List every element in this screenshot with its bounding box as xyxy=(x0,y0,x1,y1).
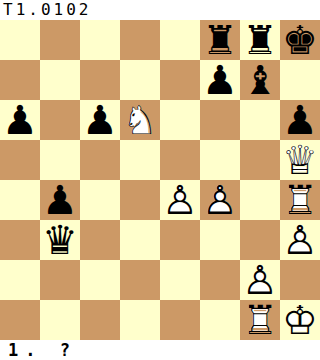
square-h7[interactable] xyxy=(280,60,320,100)
black-pawn[interactable]: ♟ xyxy=(0,100,40,140)
square-d6[interactable]: ♞♘ xyxy=(120,100,160,140)
black-bishop[interactable]: ♝ xyxy=(240,60,280,100)
square-h8[interactable]: ♚ xyxy=(280,20,320,60)
square-a4[interactable] xyxy=(0,180,40,220)
black-rook[interactable]: ♜ xyxy=(240,20,280,60)
white-queen[interactable]: ♕ xyxy=(280,140,320,180)
square-g8[interactable]: ♜ xyxy=(240,20,280,60)
square-c1[interactable] xyxy=(80,300,120,340)
black-pawn[interactable]: ♟ xyxy=(80,100,120,140)
square-a8[interactable] xyxy=(0,20,40,60)
square-g4[interactable] xyxy=(240,180,280,220)
square-f3[interactable] xyxy=(200,220,240,260)
black-pawn[interactable]: ♟ xyxy=(200,60,240,100)
black-queen[interactable]: ♛ xyxy=(40,220,80,260)
square-h6[interactable]: ♟ xyxy=(280,100,320,140)
square-b8[interactable] xyxy=(40,20,80,60)
square-g3[interactable] xyxy=(240,220,280,260)
puzzle-window: T1.0102 ♜♜♚♟♝♟♟♞♘♟♛♕♟♟♙♟♙♜♖♛♟♙♟♙♜♖♚♔ 1. … xyxy=(0,0,320,360)
square-b4[interactable]: ♟ xyxy=(40,180,80,220)
white-pawn-fill: ♟ xyxy=(280,220,320,260)
square-h2[interactable] xyxy=(280,260,320,300)
square-f7[interactable]: ♟ xyxy=(200,60,240,100)
square-f2[interactable] xyxy=(200,260,240,300)
white-pawn[interactable]: ♙ xyxy=(200,180,240,220)
white-pawn[interactable]: ♙ xyxy=(160,180,200,220)
white-king[interactable]: ♔ xyxy=(280,300,320,340)
black-pawn[interactable]: ♟ xyxy=(40,180,80,220)
move-prompt: 1. ? xyxy=(0,340,320,360)
white-pawn-fill: ♟ xyxy=(160,180,200,220)
square-e3[interactable] xyxy=(160,220,200,260)
square-d1[interactable] xyxy=(120,300,160,340)
square-h1[interactable]: ♚♔ xyxy=(280,300,320,340)
white-king-fill: ♚ xyxy=(280,300,320,340)
square-g5[interactable] xyxy=(240,140,280,180)
square-a7[interactable] xyxy=(0,60,40,100)
square-f4[interactable]: ♟♙ xyxy=(200,180,240,220)
square-a2[interactable] xyxy=(0,260,40,300)
square-b6[interactable] xyxy=(40,100,80,140)
square-f1[interactable] xyxy=(200,300,240,340)
square-e7[interactable] xyxy=(160,60,200,100)
square-a5[interactable] xyxy=(0,140,40,180)
square-b1[interactable] xyxy=(40,300,80,340)
white-queen-fill: ♛ xyxy=(280,140,320,180)
square-h3[interactable]: ♟♙ xyxy=(280,220,320,260)
square-a6[interactable]: ♟ xyxy=(0,100,40,140)
white-rook-fill: ♜ xyxy=(280,180,320,220)
square-a3[interactable] xyxy=(0,220,40,260)
square-d4[interactable] xyxy=(120,180,160,220)
square-f6[interactable] xyxy=(200,100,240,140)
square-c2[interactable] xyxy=(80,260,120,300)
square-d5[interactable] xyxy=(120,140,160,180)
square-g7[interactable]: ♝ xyxy=(240,60,280,100)
white-pawn[interactable]: ♙ xyxy=(240,260,280,300)
black-king[interactable]: ♚ xyxy=(280,20,320,60)
chess-board: ♜♜♚♟♝♟♟♞♘♟♛♕♟♟♙♟♙♜♖♛♟♙♟♙♜♖♚♔ xyxy=(0,20,320,340)
white-knight[interactable]: ♘ xyxy=(120,100,160,140)
square-e2[interactable] xyxy=(160,260,200,300)
square-f8[interactable]: ♜ xyxy=(200,20,240,60)
white-rook[interactable]: ♖ xyxy=(280,180,320,220)
square-f5[interactable] xyxy=(200,140,240,180)
square-g6[interactable] xyxy=(240,100,280,140)
square-a1[interactable] xyxy=(0,300,40,340)
square-b5[interactable] xyxy=(40,140,80,180)
square-d8[interactable] xyxy=(120,20,160,60)
square-c7[interactable] xyxy=(80,60,120,100)
black-rook[interactable]: ♜ xyxy=(200,20,240,60)
white-pawn[interactable]: ♙ xyxy=(280,220,320,260)
square-d7[interactable] xyxy=(120,60,160,100)
square-e6[interactable] xyxy=(160,100,200,140)
square-e4[interactable]: ♟♙ xyxy=(160,180,200,220)
square-b2[interactable] xyxy=(40,260,80,300)
square-c6[interactable]: ♟ xyxy=(80,100,120,140)
square-e5[interactable] xyxy=(160,140,200,180)
square-b3[interactable]: ♛ xyxy=(40,220,80,260)
white-pawn-fill: ♟ xyxy=(200,180,240,220)
square-g1[interactable]: ♜♖ xyxy=(240,300,280,340)
square-b7[interactable] xyxy=(40,60,80,100)
square-h5[interactable]: ♛♕ xyxy=(280,140,320,180)
square-g2[interactable]: ♟♙ xyxy=(240,260,280,300)
puzzle-id: T1.0102 xyxy=(0,0,320,20)
white-rook[interactable]: ♖ xyxy=(240,300,280,340)
square-d3[interactable] xyxy=(120,220,160,260)
square-c3[interactable] xyxy=(80,220,120,260)
white-rook-fill: ♜ xyxy=(240,300,280,340)
square-c8[interactable] xyxy=(80,20,120,60)
square-h4[interactable]: ♜♖ xyxy=(280,180,320,220)
square-d2[interactable] xyxy=(120,260,160,300)
square-c4[interactable] xyxy=(80,180,120,220)
white-pawn-fill: ♟ xyxy=(240,260,280,300)
square-e1[interactable] xyxy=(160,300,200,340)
white-knight-fill: ♞ xyxy=(120,100,160,140)
black-pawn[interactable]: ♟ xyxy=(280,100,320,140)
square-c5[interactable] xyxy=(80,140,120,180)
square-e8[interactable] xyxy=(160,20,200,60)
